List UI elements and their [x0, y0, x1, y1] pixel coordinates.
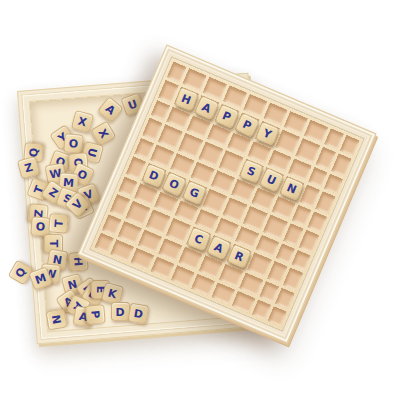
board-cell[interactable] [308, 211, 327, 232]
board-cell[interactable] [315, 191, 335, 214]
tray-letter-cube[interactable]: X [70, 109, 93, 132]
cube-letter: G [188, 186, 201, 200]
tray-letter-cube[interactable]: A [97, 96, 124, 123]
cube-letter: N [50, 313, 62, 324]
cube-letter: K [106, 287, 117, 300]
tray-letter-cube[interactable]: T [48, 213, 69, 234]
cube-letter: T [53, 219, 65, 227]
board-cell[interactable] [110, 239, 134, 262]
board-cell[interactable] [283, 268, 303, 291]
board-cell[interactable] [324, 173, 343, 194]
cube-letter: P [221, 110, 233, 123]
board-cell[interactable] [332, 153, 352, 176]
board-cell[interactable] [299, 229, 319, 252]
board-cell[interactable] [130, 248, 154, 271]
cube-letter: Q [28, 147, 40, 157]
board-cell[interactable] [268, 306, 287, 327]
cube-letter: A [213, 241, 225, 255]
tray-letter-cube[interactable]: D [111, 302, 130, 321]
cube-letter: Z [23, 161, 34, 174]
tray-letter-cube[interactable]: P [85, 304, 106, 325]
cube-letter: Y [262, 127, 274, 140]
cube-letter: V [70, 197, 84, 211]
cube-letter: P [241, 118, 253, 131]
tray-letter-cube[interactable]: O [63, 133, 84, 154]
board-cell[interactable] [171, 265, 195, 288]
cube-letter: D [115, 306, 124, 317]
board-cell[interactable] [211, 282, 235, 305]
cube-letter: O [168, 177, 181, 191]
cube-letter: D [132, 307, 143, 319]
tray-letter-cube[interactable]: D [127, 302, 149, 324]
cube-letter: U [265, 173, 278, 187]
cube-letter: S [245, 165, 256, 178]
board-cell[interactable] [275, 288, 294, 309]
board-cell[interactable] [340, 135, 359, 156]
cube-letter: U [126, 98, 138, 111]
cube-letter: P [89, 310, 101, 319]
cube-letter: T [47, 239, 58, 247]
cube-letter: O [35, 221, 45, 233]
cube-letter: X [76, 115, 87, 128]
cube-letter: D [148, 169, 160, 183]
cube-letter: M [33, 271, 47, 285]
tray-letter-cube[interactable]: Z [16, 155, 39, 178]
cube-letter: H [180, 92, 193, 106]
cube-letter: N [285, 182, 298, 196]
cube-letter: O [68, 138, 78, 150]
cube-letter: R [233, 250, 245, 263]
board-cell[interactable] [232, 291, 256, 314]
cube-letter: X [96, 127, 110, 140]
cube-letter: H [72, 256, 84, 266]
cube-letter: A [200, 101, 212, 115]
board-cell[interactable] [191, 273, 215, 296]
board-cell[interactable] [291, 250, 310, 271]
cube-letter: Q [13, 265, 27, 279]
cube-letter: A [103, 102, 117, 116]
cube-letter: C [193, 233, 204, 246]
tray-letter-cube[interactable]: N [45, 308, 67, 330]
board-cell[interactable] [151, 256, 175, 279]
